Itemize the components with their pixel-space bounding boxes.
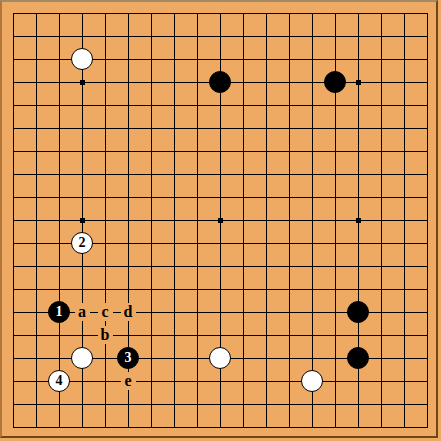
black-stone-cell [347, 301, 370, 324]
black-stone [324, 71, 346, 93]
move-1-black-stone: 1 [48, 301, 70, 323]
go-board: 2134acdbe [2, 2, 439, 439]
move-3-black-stone: 3 [117, 347, 139, 369]
point-label-d: d [121, 303, 136, 321]
point-label-a: a [75, 303, 90, 321]
move-4-white-stone: 4 [48, 370, 70, 392]
black-stone-cell [209, 71, 232, 94]
point-label-b: b [98, 326, 113, 344]
go-board-diagram: 2134acdbe [0, 0, 441, 441]
black-stone [347, 301, 369, 323]
white-stone-cell [209, 347, 232, 370]
point-label-c: c [98, 303, 113, 321]
white-stone [71, 347, 93, 369]
point-label-e: e [121, 372, 136, 390]
point-label-c-cell: c [94, 301, 117, 324]
point-label-b-cell: b [94, 324, 117, 347]
black-stone-cell [324, 71, 347, 94]
white-stone-cell [71, 48, 94, 71]
white-stone [301, 370, 323, 392]
move-1-black-stone-cell: 1 [48, 301, 71, 324]
black-stone-cell [347, 347, 370, 370]
white-stone [71, 48, 93, 70]
move-4-white-stone-cell: 4 [48, 370, 71, 393]
white-stone-cell [301, 370, 324, 393]
move-3-black-stone-cell: 3 [117, 347, 140, 370]
point-label-a-cell: a [71, 301, 94, 324]
move-2-white-stone-cell: 2 [71, 232, 94, 255]
black-stone [209, 71, 231, 93]
point-label-e-cell: e [117, 370, 140, 393]
white-stone-cell [71, 347, 94, 370]
point-label-d-cell: d [117, 301, 140, 324]
white-stone [209, 347, 231, 369]
black-stone [347, 347, 369, 369]
move-2-white-stone: 2 [71, 232, 93, 254]
